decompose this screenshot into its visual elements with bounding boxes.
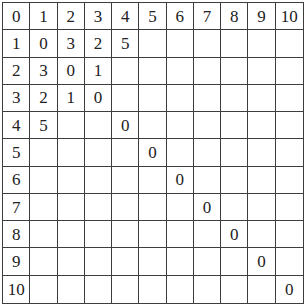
grid-cell: 10 (276, 3, 303, 30)
grid-cell (194, 112, 221, 139)
grid-cell (276, 139, 303, 166)
grid-cell: 3 (3, 85, 30, 112)
grid-cell: 0 (167, 167, 194, 194)
grid-cell (58, 112, 85, 139)
grid-cell (248, 167, 275, 194)
grid-cell (85, 221, 112, 248)
grid-cell (167, 194, 194, 221)
grid-cell (276, 58, 303, 85)
grid-cell: 7 (194, 3, 221, 30)
grid-cell (139, 58, 166, 85)
grid-cell (221, 248, 248, 275)
grid-cell: 0 (112, 112, 139, 139)
grid-cell (194, 30, 221, 57)
grid-cell: 10 (3, 276, 30, 303)
grid-cell (221, 167, 248, 194)
grid-cell (30, 167, 57, 194)
grid: 0123456789101032523013210450506070809010… (2, 2, 304, 304)
grid-cell (248, 221, 275, 248)
grid-cell (58, 139, 85, 166)
grid-cell (276, 167, 303, 194)
grid-cell (139, 194, 166, 221)
grid-cell (139, 167, 166, 194)
grid-cell (167, 30, 194, 57)
grid-cell (85, 139, 112, 166)
grid-cell: 8 (221, 3, 248, 30)
grid-cell (248, 139, 275, 166)
grid-cell (194, 221, 221, 248)
grid-cell (248, 194, 275, 221)
grid-cell (58, 248, 85, 275)
grid-cell (167, 248, 194, 275)
grid-cell: 0 (85, 85, 112, 112)
grid-cell (112, 85, 139, 112)
grid-cell (248, 112, 275, 139)
grid-cell: 6 (3, 167, 30, 194)
grid-cell: 1 (30, 3, 57, 30)
grid-cell (30, 194, 57, 221)
grid-cell (85, 194, 112, 221)
grid-cell: 9 (248, 3, 275, 30)
grid-cell (221, 194, 248, 221)
grid-cell (58, 194, 85, 221)
grid-cell (85, 248, 112, 275)
grid-cell: 4 (112, 3, 139, 30)
grid-cell: 0 (139, 139, 166, 166)
grid-cell (194, 139, 221, 166)
grid-cell (85, 276, 112, 303)
grid-cell (112, 221, 139, 248)
grid-cell (139, 30, 166, 57)
grid-cell (112, 167, 139, 194)
grid-cell (85, 167, 112, 194)
number-grid-board: 0123456789101032523013210450506070809010… (0, 0, 306, 306)
grid-cell (30, 248, 57, 275)
grid-cell: 2 (58, 3, 85, 30)
grid-cell (194, 167, 221, 194)
grid-cell: 6 (167, 3, 194, 30)
grid-cell: 1 (85, 58, 112, 85)
grid-cell (221, 30, 248, 57)
grid-cell (139, 276, 166, 303)
grid-cell (139, 221, 166, 248)
grid-cell (30, 276, 57, 303)
grid-cell: 7 (3, 194, 30, 221)
grid-cell: 5 (112, 30, 139, 57)
grid-cell (276, 221, 303, 248)
grid-cell (194, 85, 221, 112)
grid-cell (167, 139, 194, 166)
grid-cell: 0 (276, 276, 303, 303)
grid-cell (112, 194, 139, 221)
grid-cell (248, 85, 275, 112)
grid-cell: 0 (194, 194, 221, 221)
grid-cell (167, 221, 194, 248)
grid-cell (221, 112, 248, 139)
grid-cell (194, 58, 221, 85)
grid-cell (58, 276, 85, 303)
grid-cell: 2 (3, 58, 30, 85)
grid-cell (276, 194, 303, 221)
grid-cell (30, 139, 57, 166)
grid-cell (248, 30, 275, 57)
grid-cell (167, 85, 194, 112)
grid-cell (221, 85, 248, 112)
grid-cell (167, 58, 194, 85)
grid-cell: 2 (30, 85, 57, 112)
grid-cell (276, 30, 303, 57)
grid-cell: 0 (58, 58, 85, 85)
grid-cell: 1 (58, 85, 85, 112)
grid-cell (112, 139, 139, 166)
grid-cell: 3 (85, 3, 112, 30)
grid-cell (276, 248, 303, 275)
grid-cell: 9 (3, 248, 30, 275)
grid-cell: 0 (221, 221, 248, 248)
grid-cell (221, 139, 248, 166)
grid-cell (85, 112, 112, 139)
grid-cell: 1 (3, 30, 30, 57)
grid-cell (248, 276, 275, 303)
grid-cell (276, 85, 303, 112)
grid-cell (194, 248, 221, 275)
grid-cell: 5 (30, 112, 57, 139)
grid-cell (58, 167, 85, 194)
grid-cell (139, 85, 166, 112)
grid-cell: 5 (139, 3, 166, 30)
grid-cell (167, 112, 194, 139)
grid-cell: 3 (30, 58, 57, 85)
grid-cell (194, 276, 221, 303)
grid-cell (58, 221, 85, 248)
grid-cell (30, 221, 57, 248)
grid-cell (221, 58, 248, 85)
grid-cell (139, 248, 166, 275)
grid-cell: 2 (85, 30, 112, 57)
grid-cell (221, 276, 248, 303)
grid-cell (248, 58, 275, 85)
grid-cell (112, 248, 139, 275)
grid-cell: 8 (3, 221, 30, 248)
grid-cell: 0 (248, 248, 275, 275)
grid-cell: 0 (30, 30, 57, 57)
grid-cell (276, 112, 303, 139)
grid-cell: 3 (58, 30, 85, 57)
grid-cell: 4 (3, 112, 30, 139)
grid-cell (112, 58, 139, 85)
grid-cell (112, 276, 139, 303)
grid-cell (139, 112, 166, 139)
grid-cell: 0 (3, 3, 30, 30)
grid-cell: 5 (3, 139, 30, 166)
grid-cell (167, 276, 194, 303)
